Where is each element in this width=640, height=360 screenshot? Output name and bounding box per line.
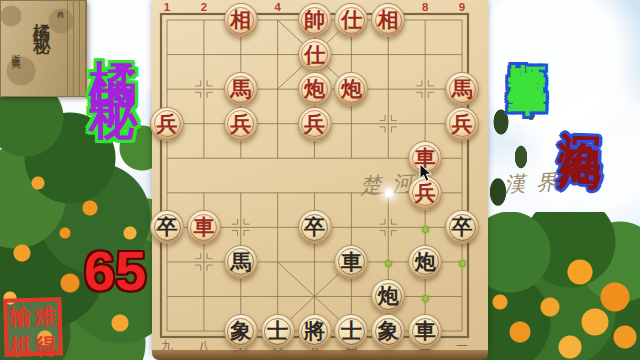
piece-red-兵-93[interactable]: 兵 xyxy=(445,107,479,141)
board-edge-3d xyxy=(152,350,488,360)
book-cover-photo: 橘中秘 八種 浙江書局 xyxy=(0,0,87,97)
video-title: 顺跑横车破直车 xyxy=(508,34,546,48)
piece-red-相-30[interactable]: 相 xyxy=(224,3,258,37)
file-label-top-2: 2 xyxy=(197,1,211,13)
river-label-right: 漢界 xyxy=(503,167,568,198)
file-label-top-4: 4 xyxy=(271,1,285,13)
piece-red-車-26[interactable]: 車 xyxy=(187,210,221,244)
file-label-top-8: 8 xyxy=(418,1,432,13)
orange-tree-right xyxy=(480,212,640,360)
piece-black-象-39[interactable]: 象 xyxy=(224,314,258,348)
book-cover-top-text: 八種 xyxy=(57,5,64,7)
piece-red-兵-33[interactable]: 兵 xyxy=(224,107,258,141)
piece-black-車-89[interactable]: 車 xyxy=(408,314,442,348)
book-cover-title: 橘中秘 xyxy=(33,9,50,30)
piece-red-炮-52[interactable]: 炮 xyxy=(298,72,332,106)
seal-char: 难 xyxy=(32,301,58,332)
piece-red-帥-50[interactable]: 帥 xyxy=(298,3,332,37)
file-label-top-9: 9 xyxy=(455,1,469,13)
book-cover-left-text: 浙江書局 xyxy=(11,47,20,55)
seal-char: 输 xyxy=(7,302,33,333)
piece-red-兵-53[interactable]: 兵 xyxy=(298,107,332,141)
move-dot-97[interactable] xyxy=(459,260,466,267)
piece-red-兵-13[interactable]: 兵 xyxy=(150,107,184,141)
piece-black-馬-37[interactable]: 馬 xyxy=(224,245,258,279)
channel-seal-stamp: 输 难 棋 得 xyxy=(3,297,62,356)
piece-black-將-59[interactable]: 將 xyxy=(298,314,332,348)
episode-number: 65 xyxy=(84,238,146,303)
piece-red-仕-51[interactable]: 仕 xyxy=(298,38,332,72)
piece-red-相-70[interactable]: 相 xyxy=(371,3,405,37)
mouse-cursor xyxy=(419,163,433,183)
piece-black-士-49[interactable]: 士 xyxy=(261,314,295,348)
move-dot-86[interactable] xyxy=(422,226,429,233)
move-dot-88[interactable] xyxy=(422,295,429,302)
piece-red-馬-92[interactable]: 馬 xyxy=(445,72,479,106)
series-title: 橘中秘 xyxy=(90,22,138,73)
piece-black-炮-87[interactable]: 炮 xyxy=(408,245,442,279)
seal-char: 得 xyxy=(33,331,59,360)
opening-name: 沉炮局 xyxy=(560,97,605,123)
seal-char: 棋 xyxy=(8,332,34,360)
piece-red-馬-32[interactable]: 馬 xyxy=(224,72,258,106)
sparkle-dot xyxy=(385,189,393,197)
file-label-top-1: 1 xyxy=(160,1,174,13)
piece-black-卒-56[interactable]: 卒 xyxy=(298,210,332,244)
orange-tree-branch-right xyxy=(486,52,542,264)
thumbnail-stage: 楚河 漢界 123456789 九八七六五四三二一 相帥仕相仕馬炮炮馬兵兵兵兵車… xyxy=(0,0,640,360)
